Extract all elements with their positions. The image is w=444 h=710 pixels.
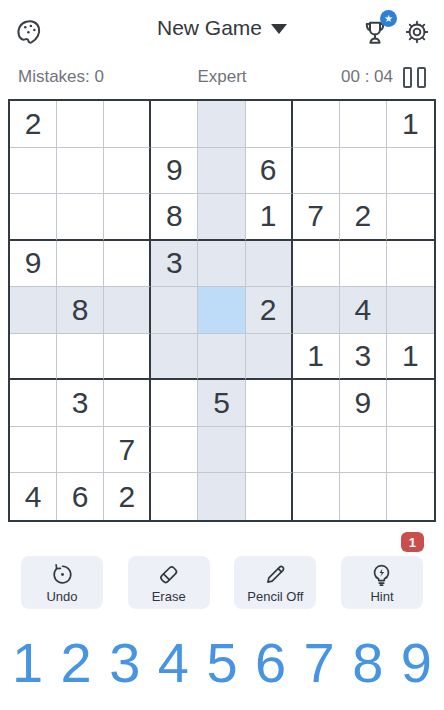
cell-r2c4[interactable]: 9 xyxy=(151,148,198,195)
chevron-down-icon xyxy=(271,24,287,34)
cell-r8c7[interactable] xyxy=(293,427,340,474)
cell-r5c6[interactable]: 2 xyxy=(246,287,293,334)
number-pad: 123456789 xyxy=(12,635,432,691)
cell-r7c1[interactable] xyxy=(10,380,57,427)
erase-label: Erase xyxy=(152,589,186,604)
hint-count-badge: 1 xyxy=(401,532,424,552)
cell-r7c8[interactable]: 9 xyxy=(340,380,387,427)
cell-r7c7[interactable] xyxy=(293,380,340,427)
trophy-button[interactable]: ★ xyxy=(360,17,390,47)
cell-r3c4[interactable]: 8 xyxy=(151,194,198,241)
cell-r5c7[interactable] xyxy=(293,287,340,334)
settings-gear-icon xyxy=(402,17,432,47)
cell-r5c8[interactable]: 4 xyxy=(340,287,387,334)
cell-r6c3[interactable] xyxy=(104,334,151,381)
status-bar: Mistakes: 0 Expert 00 : 04 xyxy=(0,52,444,92)
pencil-icon xyxy=(262,561,289,588)
cell-r1c5[interactable] xyxy=(198,101,245,148)
pencil-toggle-button[interactable]: Pencil Off xyxy=(234,556,316,609)
cell-r2c6[interactable]: 6 xyxy=(246,148,293,195)
cell-r4c2[interactable] xyxy=(57,241,104,288)
numpad-1[interactable]: 1 xyxy=(12,635,43,691)
numpad-5[interactable]: 5 xyxy=(206,635,237,691)
cell-r7c4[interactable] xyxy=(151,380,198,427)
cell-r8c8[interactable] xyxy=(340,427,387,474)
sudoku-board: 21968172938241313597462 xyxy=(8,99,436,522)
cell-r4c3[interactable] xyxy=(104,241,151,288)
numpad-2[interactable]: 2 xyxy=(61,635,92,691)
cell-r6c9[interactable]: 1 xyxy=(387,334,434,381)
numpad-8[interactable]: 8 xyxy=(352,635,383,691)
numpad-6[interactable]: 6 xyxy=(255,635,286,691)
settings-button[interactable] xyxy=(402,17,432,47)
hint-button[interactable]: 1 Hint xyxy=(341,556,423,609)
cell-r9c5[interactable] xyxy=(198,473,245,520)
cell-r2c3[interactable] xyxy=(104,148,151,195)
cell-r6c4[interactable] xyxy=(151,334,198,381)
cell-r2c9[interactable] xyxy=(387,148,434,195)
cell-r9c3[interactable]: 2 xyxy=(104,473,151,520)
timer-group: 00 : 04 xyxy=(296,67,426,88)
pause-icon xyxy=(403,67,412,88)
cell-r8c3[interactable]: 7 xyxy=(104,427,151,474)
cell-r4c7[interactable] xyxy=(293,241,340,288)
numpad-9[interactable]: 9 xyxy=(401,635,432,691)
cell-r6c8[interactable]: 3 xyxy=(340,334,387,381)
cell-r1c6[interactable] xyxy=(246,101,293,148)
cell-r1c3[interactable] xyxy=(104,101,151,148)
cell-r3c8[interactable]: 2 xyxy=(340,194,387,241)
cell-r6c2[interactable] xyxy=(57,334,104,381)
palette-icon xyxy=(14,17,44,47)
cell-r5c9[interactable] xyxy=(387,287,434,334)
hint-label: Hint xyxy=(370,589,393,604)
cell-r2c7[interactable] xyxy=(293,148,340,195)
cell-r9c4[interactable] xyxy=(151,473,198,520)
undo-icon xyxy=(49,561,76,588)
cell-r4c1[interactable]: 9 xyxy=(10,241,57,288)
cell-r8c6[interactable] xyxy=(246,427,293,474)
new-game-menu[interactable]: New Game xyxy=(157,16,287,40)
cell-r7c2[interactable]: 3 xyxy=(57,380,104,427)
cell-r5c3[interactable] xyxy=(104,287,151,334)
cell-r4c9[interactable] xyxy=(387,241,434,288)
trophy-star-badge: ★ xyxy=(380,10,397,27)
cell-r2c2[interactable] xyxy=(57,148,104,195)
numpad-4[interactable]: 4 xyxy=(158,635,189,691)
cell-r8c1[interactable] xyxy=(10,427,57,474)
cell-r2c1[interactable] xyxy=(10,148,57,195)
page-title: New Game xyxy=(157,16,262,40)
cell-r7c9[interactable] xyxy=(387,380,434,427)
cell-r6c5[interactable] xyxy=(198,334,245,381)
pencil-label: Pencil Off xyxy=(247,589,303,604)
cell-r3c7[interactable]: 7 xyxy=(293,194,340,241)
cell-r8c2[interactable] xyxy=(57,427,104,474)
cell-r6c7[interactable]: 1 xyxy=(293,334,340,381)
cell-r5c5[interactable] xyxy=(198,287,245,334)
cell-r7c3[interactable] xyxy=(104,380,151,427)
cell-r9c2[interactable]: 6 xyxy=(57,473,104,520)
cell-r6c1[interactable] xyxy=(10,334,57,381)
pause-button[interactable] xyxy=(403,67,426,88)
cell-r8c9[interactable] xyxy=(387,427,434,474)
undo-label: Undo xyxy=(46,589,77,604)
cell-r1c1[interactable]: 2 xyxy=(10,101,57,148)
timer-value: 00 : 04 xyxy=(341,67,393,87)
cell-r9c9[interactable] xyxy=(387,473,434,520)
cell-r5c1[interactable] xyxy=(10,287,57,334)
cell-r3c3[interactable] xyxy=(104,194,151,241)
eraser-icon xyxy=(155,561,182,588)
cell-r1c7[interactable] xyxy=(293,101,340,148)
cell-r9c7[interactable] xyxy=(293,473,340,520)
cell-r9c1[interactable]: 4 xyxy=(10,473,57,520)
top-bar: New Game ★ xyxy=(0,0,444,52)
cell-r8c4[interactable] xyxy=(151,427,198,474)
cell-r3c9[interactable] xyxy=(387,194,434,241)
numpad-3[interactable]: 3 xyxy=(109,635,140,691)
cell-r1c8[interactable] xyxy=(340,101,387,148)
cell-r4c8[interactable] xyxy=(340,241,387,288)
undo-button[interactable]: Undo xyxy=(21,556,103,609)
cell-r1c9[interactable]: 1 xyxy=(387,101,434,148)
hint-bulb-icon xyxy=(368,561,395,588)
cell-r8c5[interactable] xyxy=(198,427,245,474)
topbar-right-icons: ★ xyxy=(360,17,432,47)
mistakes-counter: Mistakes: 0 xyxy=(18,67,148,87)
cell-r2c8[interactable] xyxy=(340,148,387,195)
cell-r4c6[interactable] xyxy=(246,241,293,288)
theme-palette-button[interactable] xyxy=(14,17,44,47)
cell-r4c4[interactable]: 3 xyxy=(151,241,198,288)
cell-r7c5[interactable]: 5 xyxy=(198,380,245,427)
cell-r4c5[interactable] xyxy=(198,241,245,288)
cell-r3c2[interactable] xyxy=(57,194,104,241)
cell-r5c2[interactable]: 8 xyxy=(57,287,104,334)
cell-r1c4[interactable] xyxy=(151,101,198,148)
cell-r1c2[interactable] xyxy=(57,101,104,148)
erase-button[interactable]: Erase xyxy=(128,556,210,609)
cell-r5c4[interactable] xyxy=(151,287,198,334)
difficulty-label: Expert xyxy=(148,67,296,87)
cell-r6c6[interactable] xyxy=(246,334,293,381)
cell-r3c5[interactable] xyxy=(198,194,245,241)
cell-r7c6[interactable] xyxy=(246,380,293,427)
sudoku-app: New Game ★ xyxy=(0,0,444,710)
cell-r9c6[interactable] xyxy=(246,473,293,520)
cell-r3c6[interactable]: 1 xyxy=(246,194,293,241)
cell-r3c1[interactable] xyxy=(10,194,57,241)
cell-r2c5[interactable] xyxy=(198,148,245,195)
cell-r9c8[interactable] xyxy=(340,473,387,520)
numpad-7[interactable]: 7 xyxy=(304,635,335,691)
toolbar: Undo Erase Pencil Off xyxy=(21,556,423,609)
